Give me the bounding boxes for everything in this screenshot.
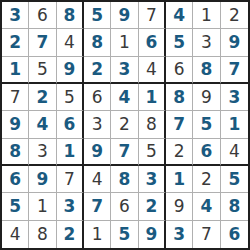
cell-r5c2[interactable]: 4 xyxy=(29,111,56,138)
cell-r8c4[interactable]: 7 xyxy=(84,193,111,220)
cell-r8c7[interactable]: 9 xyxy=(166,193,193,220)
cell-r3c7[interactable]: 6 xyxy=(166,57,193,84)
cell-r1c9[interactable]: 2 xyxy=(221,2,248,29)
cell-r4c5[interactable]: 4 xyxy=(111,84,138,111)
cell-r8c9[interactable]: 8 xyxy=(221,193,248,220)
cell-r8c8[interactable]: 4 xyxy=(193,193,220,220)
cell-r6c4[interactable]: 9 xyxy=(84,139,111,166)
cell-r2c7[interactable]: 5 xyxy=(166,29,193,56)
cell-r3c8[interactable]: 8 xyxy=(193,57,220,84)
cell-r9c5[interactable]: 5 xyxy=(111,221,138,248)
cell-r5c4[interactable]: 3 xyxy=(84,111,111,138)
cell-r8c1[interactable]: 5 xyxy=(2,193,29,220)
cell-r2c2[interactable]: 7 xyxy=(29,29,56,56)
cell-r1c3[interactable]: 8 xyxy=(57,2,84,29)
cell-r3c2[interactable]: 5 xyxy=(29,57,56,84)
cell-r1c4[interactable]: 5 xyxy=(84,2,111,29)
cell-r4c8[interactable]: 9 xyxy=(193,84,220,111)
cell-r5c8[interactable]: 5 xyxy=(193,111,220,138)
cell-r9c3[interactable]: 2 xyxy=(57,221,84,248)
cell-r4c4[interactable]: 6 xyxy=(84,84,111,111)
cell-r2c9[interactable]: 9 xyxy=(221,29,248,56)
cell-r7c9[interactable]: 5 xyxy=(221,166,248,193)
cell-r3c5[interactable]: 3 xyxy=(111,57,138,84)
cell-r8c5[interactable]: 6 xyxy=(111,193,138,220)
cell-r6c8[interactable]: 6 xyxy=(193,139,220,166)
cell-r6c9[interactable]: 4 xyxy=(221,139,248,166)
cell-r4c3[interactable]: 5 xyxy=(57,84,84,111)
cell-r3c1[interactable]: 1 xyxy=(2,57,29,84)
cell-r7c3[interactable]: 7 xyxy=(57,166,84,193)
cell-r5c1[interactable]: 9 xyxy=(2,111,29,138)
cell-r5c3[interactable]: 6 xyxy=(57,111,84,138)
cell-r6c1[interactable]: 8 xyxy=(2,139,29,166)
cell-r6c6[interactable]: 5 xyxy=(139,139,166,166)
cell-r2c3[interactable]: 4 xyxy=(57,29,84,56)
cell-r4c1[interactable]: 7 xyxy=(2,84,29,111)
cell-r7c8[interactable]: 2 xyxy=(193,166,220,193)
cell-r1c8[interactable]: 1 xyxy=(193,2,220,29)
cell-r7c1[interactable]: 6 xyxy=(2,166,29,193)
cell-r1c5[interactable]: 9 xyxy=(111,2,138,29)
cell-r2c6[interactable]: 6 xyxy=(139,29,166,56)
cell-r1c7[interactable]: 4 xyxy=(166,2,193,29)
cell-r8c2[interactable]: 1 xyxy=(29,193,56,220)
cell-r2c4[interactable]: 8 xyxy=(84,29,111,56)
cell-r4c7[interactable]: 8 xyxy=(166,84,193,111)
cell-r3c3[interactable]: 9 xyxy=(57,57,84,84)
cell-r5c9[interactable]: 1 xyxy=(221,111,248,138)
cell-r4c2[interactable]: 2 xyxy=(29,84,56,111)
cell-r6c3[interactable]: 1 xyxy=(57,139,84,166)
cell-r2c8[interactable]: 3 xyxy=(193,29,220,56)
cell-r6c5[interactable]: 7 xyxy=(111,139,138,166)
cell-r7c4[interactable]: 4 xyxy=(84,166,111,193)
cell-r7c6[interactable]: 3 xyxy=(139,166,166,193)
cell-r9c2[interactable]: 8 xyxy=(29,221,56,248)
cell-r3c6[interactable]: 4 xyxy=(139,57,166,84)
cell-r9c9[interactable]: 6 xyxy=(221,221,248,248)
cell-r5c5[interactable]: 2 xyxy=(111,111,138,138)
cell-r3c9[interactable]: 7 xyxy=(221,57,248,84)
cell-r7c7[interactable]: 1 xyxy=(166,166,193,193)
cell-r8c3[interactable]: 3 xyxy=(57,193,84,220)
cell-r9c4[interactable]: 1 xyxy=(84,221,111,248)
sudoku-board: 3685974122748165391592346877256418939463… xyxy=(0,0,250,250)
cell-r9c1[interactable]: 4 xyxy=(2,221,29,248)
cell-r4c9[interactable]: 3 xyxy=(221,84,248,111)
cell-r1c1[interactable]: 3 xyxy=(2,2,29,29)
cell-r2c5[interactable]: 1 xyxy=(111,29,138,56)
cell-r6c2[interactable]: 3 xyxy=(29,139,56,166)
cell-r2c1[interactable]: 2 xyxy=(2,29,29,56)
cell-r3c4[interactable]: 2 xyxy=(84,57,111,84)
cell-r9c7[interactable]: 3 xyxy=(166,221,193,248)
cell-r5c6[interactable]: 8 xyxy=(139,111,166,138)
cell-r4c6[interactable]: 1 xyxy=(139,84,166,111)
cell-r5c7[interactable]: 7 xyxy=(166,111,193,138)
cell-r1c2[interactable]: 6 xyxy=(29,2,56,29)
cell-r1c6[interactable]: 7 xyxy=(139,2,166,29)
cell-r9c8[interactable]: 7 xyxy=(193,221,220,248)
cell-r9c6[interactable]: 9 xyxy=(139,221,166,248)
cell-r7c2[interactable]: 9 xyxy=(29,166,56,193)
cell-r7c5[interactable]: 8 xyxy=(111,166,138,193)
cell-r6c7[interactable]: 2 xyxy=(166,139,193,166)
cell-r8c6[interactable]: 2 xyxy=(139,193,166,220)
